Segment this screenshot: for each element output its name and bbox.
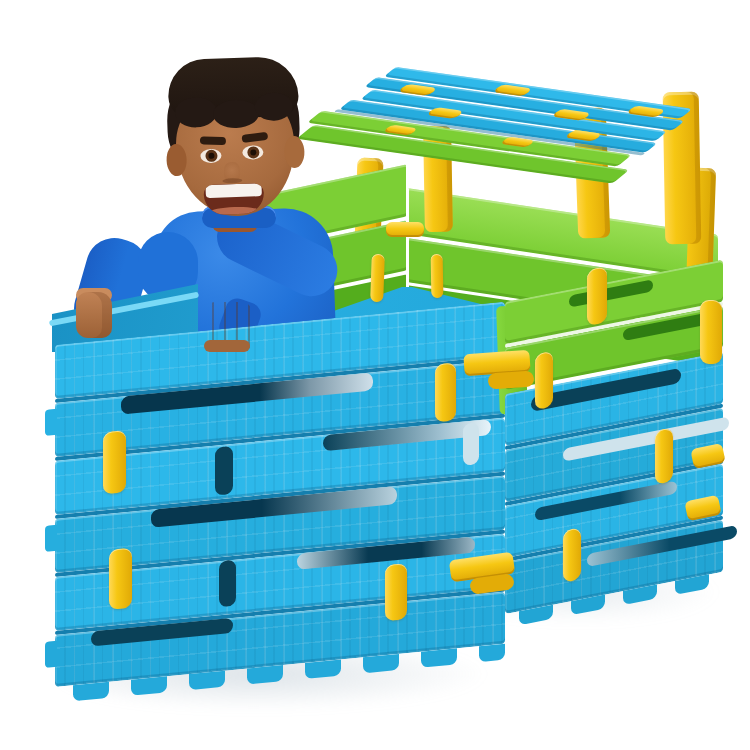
product-photo-stage: [0, 0, 750, 750]
plank-tab: [363, 654, 399, 673]
yellow-connector: [109, 548, 132, 610]
boy-eyebrow-left: [200, 136, 226, 145]
plank-notch: [45, 641, 57, 668]
plank-tab: [421, 648, 457, 667]
plank-tab: [73, 682, 109, 701]
plank-tab: [189, 671, 225, 690]
plank-tab: [131, 676, 167, 695]
boy-right-hand-fingertips: [204, 340, 250, 352]
plank-notch: [45, 409, 57, 436]
front-wall: [55, 302, 505, 707]
yellow-connector: [103, 430, 126, 494]
boy-left-hand: [76, 292, 112, 338]
boy-head: [163, 56, 309, 229]
right-wall: [505, 259, 725, 638]
boy-teeth: [205, 183, 261, 198]
yellow-connector: [487, 370, 534, 389]
plank-slot: [219, 560, 236, 608]
yellow-connector: [385, 563, 407, 621]
boy-ear-right: [284, 136, 305, 169]
plank-tab: [247, 665, 283, 684]
yellow-connector: [535, 351, 553, 410]
plank-slot: [463, 422, 479, 466]
plank-notch: [45, 525, 57, 552]
plank-tab: [479, 644, 505, 663]
yellow-connector: [587, 266, 607, 326]
yellow-connector: [700, 300, 722, 364]
yellow-connector: [435, 362, 456, 422]
yellow-connector: [563, 527, 581, 582]
yellow-connector: [655, 427, 673, 484]
plank-slot: [215, 446, 233, 496]
plank-tab: [305, 659, 341, 678]
